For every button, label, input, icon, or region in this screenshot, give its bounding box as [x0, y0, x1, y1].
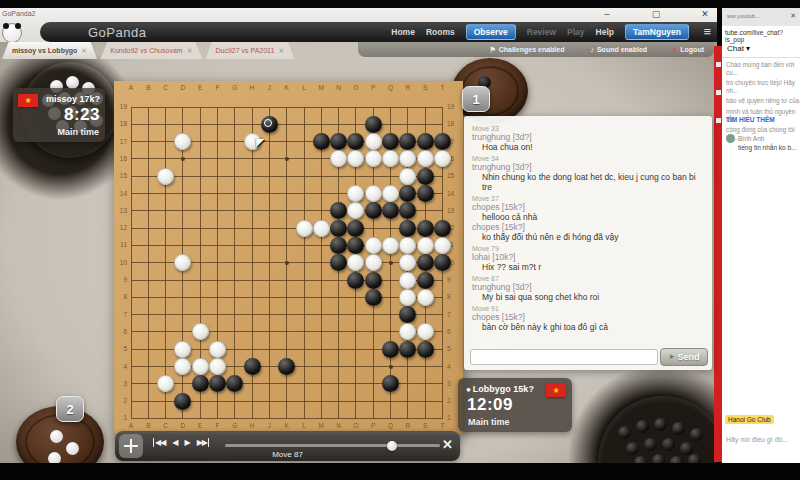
chat-message: Move 34trunghung [3d?]Nhin chung ko the … [472, 155, 704, 192]
black-stone-G3 [226, 375, 243, 392]
white-stone-R15 [399, 168, 416, 185]
coord-letter-top: L [297, 84, 311, 91]
white-stone-S16 [417, 150, 434, 167]
menu-item-observe[interactable]: Observe [466, 24, 516, 40]
gopanda-logo-icon [2, 23, 22, 43]
black-stone-N17 [330, 133, 347, 150]
black-stone-E3 [192, 375, 209, 392]
chat-text: Hix ?? sai m?t r [472, 262, 704, 272]
coord-letter-bottom: F [211, 422, 225, 429]
coord-letter-top: R [401, 84, 415, 91]
black-clock-label: Main time [468, 417, 510, 427]
send-button[interactable]: ➤ Send [660, 348, 708, 366]
white-stone-R16 [399, 150, 416, 167]
chat-message: Move 33trunghung [3d?]Hoa chua on! [472, 125, 704, 152]
last-move-marker [264, 119, 272, 127]
black-stone-N10 [330, 254, 347, 271]
white-stone-R10 [399, 254, 416, 271]
coord-number-left: 7 [115, 311, 127, 318]
black-stone-R17 [399, 133, 416, 150]
chat-username: chopes [15k?] [472, 222, 704, 232]
challenges-icon: ⚑ [489, 46, 495, 54]
coord-letter-top: C [159, 84, 173, 91]
black-pile-stone [690, 428, 703, 441]
browser-tab-close-icon[interactable]: ✕ [790, 12, 796, 20]
white-stone-E4 [192, 358, 209, 375]
coord-letter-bottom: M [314, 422, 328, 429]
maximize-button[interactable]: ▢ [649, 9, 663, 19]
send-icon: ➤ [669, 353, 675, 361]
coord-letter-bottom: N [332, 422, 346, 429]
white-stone-N16 [330, 150, 347, 167]
coord-number-left: 16 [115, 155, 127, 162]
black-stone-S10 [417, 254, 434, 271]
black-stone-R5 [399, 341, 416, 358]
black-stone-O12 [347, 220, 364, 237]
coord-number-right: 13 [447, 207, 459, 214]
app-logo-text: GoPanda [88, 25, 146, 40]
black-stone-D2 [174, 393, 191, 410]
vietnam-flag-icon: ★ [18, 94, 38, 107]
last-move-button[interactable]: ▶▶ [197, 438, 209, 447]
close-button[interactable]: ✕ [698, 9, 712, 19]
grid-line [269, 107, 270, 419]
white-player-panel: ★ missoy 17k? 8:23 Main time [13, 88, 105, 142]
white-stone-R9 [399, 272, 416, 289]
coord-number-right: 6 [447, 328, 459, 335]
coord-letter-top: N [332, 84, 346, 91]
taskbar-area [0, 463, 800, 480]
coord-letter-top: F [211, 84, 225, 91]
black-stone-M17 [313, 133, 330, 150]
coord-number-left: 9 [115, 276, 127, 283]
black-stone-O11 [347, 237, 364, 254]
chat-move-label: Move 91 [472, 305, 704, 312]
black-stone-indicator: ● [466, 385, 471, 394]
chat-message: Move 87trunghung [3d?]My bi sai qua song… [472, 275, 704, 302]
coord-number-right: 5 [447, 345, 459, 352]
status-bar: ⚑Challenges enabled♪Sound enabled♥Logout [358, 42, 714, 57]
black-player-name: ●Lobbygo 15k? [466, 384, 534, 394]
black-player-clock: 12:09 [467, 395, 513, 415]
coord-letter-bottom: Q [384, 422, 398, 429]
coord-letter-top: O [349, 84, 363, 91]
menu-item-rooms[interactable]: Rooms [426, 27, 455, 37]
youtube-red-strip [714, 46, 722, 462]
coord-letter-bottom: C [159, 422, 173, 429]
white-stone-O14 [347, 185, 364, 202]
black-stone-P18 [365, 116, 382, 133]
coord-number-right: 14 [447, 190, 459, 197]
coord-letter-top: S [418, 84, 432, 91]
white-stone-Q11 [382, 237, 399, 254]
coord-number-left: 10 [115, 259, 127, 266]
coord-number-left: 6 [115, 328, 127, 335]
grid-line [131, 418, 443, 419]
star-point [285, 261, 289, 265]
black-stone-R12 [399, 220, 416, 237]
coord-letter-bottom: P [366, 422, 380, 429]
chat-username: trunghung [3d?] [472, 132, 704, 142]
white-stone-F5 [209, 341, 226, 358]
logout-icon: ♥ [673, 46, 677, 53]
white-clock-label: Main time [57, 127, 99, 137]
coord-number-left: 13 [115, 207, 127, 214]
white-stone-M12 [313, 220, 330, 237]
black-pile-stone [672, 422, 685, 435]
grid-line [131, 331, 443, 332]
game-tab-2[interactable]: Kondo92 vs Chusovam✕ [100, 42, 202, 59]
white-stone-C15 [157, 168, 174, 185]
coord-letter-top: E [193, 84, 207, 91]
black-stone-R7 [399, 306, 416, 323]
black-pile-stone [626, 442, 639, 455]
black-stone-S14 [417, 185, 434, 202]
coord-letter-top: D [176, 84, 190, 91]
tab-close-icon[interactable]: ✕ [81, 47, 87, 55]
white-stone-R11 [399, 237, 416, 254]
menu-item-home[interactable]: Home [391, 27, 415, 37]
close-game-icon[interactable]: ✕ [442, 437, 453, 452]
black-stone-O9 [347, 272, 364, 289]
coord-number-right: 4 [447, 363, 459, 370]
coord-number-left: 1 [115, 414, 127, 421]
youtube-chat-window: ww.youtub... ✕ tube.com/live_chat?is_pop… [722, 8, 800, 463]
grid-line [321, 107, 322, 419]
tab-close-icon[interactable]: ✕ [278, 47, 284, 55]
white-stone-T16 [434, 150, 451, 167]
white-stone-L12 [296, 220, 313, 237]
menu-items: HomeRoomsObserveReviewPlayHelpTamNguyen [391, 22, 689, 42]
coord-letter-bottom: E [193, 422, 207, 429]
white-captures-badge: 1 [462, 86, 490, 112]
star-point [389, 365, 393, 369]
star-point [285, 157, 289, 161]
yt-icon-3 [716, 118, 721, 123]
coord-number-right: 8 [447, 293, 459, 300]
coord-letter-bottom: B [141, 422, 155, 429]
white-stone-O13 [347, 202, 364, 219]
yt-welcome-text: Chào mừng bạn đến với cu...trò chuyện tr… [726, 61, 800, 144]
game-tab-1[interactable]: missoy vs Lobbygo✕ [2, 42, 97, 59]
chat-message: Move 37chopes [15k?]hellooo cả nhà [472, 195, 704, 222]
coord-number-left: 2 [115, 397, 127, 404]
coord-letter-bottom: L [297, 422, 311, 429]
grid-line [165, 107, 166, 419]
white-stone-D17 [174, 133, 191, 150]
yt-welcome-line: trò chuyện trực tiếp! Hãy nh... [726, 79, 800, 95]
black-stone-S17 [417, 133, 434, 150]
coord-letter-top: J [262, 84, 276, 91]
white-stone-S8 [417, 289, 434, 306]
coord-number-left: 19 [115, 103, 127, 110]
status-label: Logout [680, 46, 704, 53]
black-stone-S5 [417, 341, 434, 358]
coord-letter-bottom: O [349, 422, 363, 429]
white-stone-R8 [399, 289, 416, 306]
black-stone-T12 [434, 220, 451, 237]
grid-line [131, 124, 443, 125]
black-stone-R14 [399, 185, 416, 202]
white-stone-O16 [347, 150, 364, 167]
browser-url[interactable]: tube.com/live_chat?is_pop [725, 29, 800, 43]
black-stone-T17 [434, 133, 451, 150]
grid-line [131, 314, 443, 315]
coord-letter-top: K [280, 84, 294, 91]
move-slider[interactable] [225, 444, 440, 447]
grid-line [131, 297, 443, 298]
coord-number-right: 18 [447, 120, 459, 127]
black-stone-R13 [399, 202, 416, 219]
browser-tab-bar: ww.youtub... ✕ [722, 8, 800, 26]
grid-line [234, 107, 235, 419]
grid-line [131, 280, 443, 281]
divider [722, 57, 800, 58]
chat-move-label: Move 37 [472, 195, 704, 202]
black-stone-S15 [417, 168, 434, 185]
app-menubar: GoPanda HomeRoomsObserveReviewPlayHelpTa… [40, 22, 717, 42]
star-point [389, 261, 393, 265]
window-controls: –▢✕ [600, 9, 712, 19]
menu-item-play[interactable]: Play [567, 27, 585, 37]
chat-username: trunghung [3d?] [472, 282, 704, 292]
browser-tab-title: ww.youtub... [727, 13, 760, 19]
white-pile-stone [66, 442, 79, 455]
coord-letter-top: B [141, 84, 155, 91]
star-point [181, 157, 185, 161]
grid-line [131, 107, 443, 108]
yt-highlight-message: Hanoi Go Club [725, 415, 774, 424]
coord-number-left: 3 [115, 380, 127, 387]
grid-line [131, 107, 132, 419]
white-stone-P10 [365, 254, 382, 271]
black-player-panel: ★ ●Lobbygo 15k? 12:09 Main time [458, 378, 572, 432]
menu-item-help[interactable]: Help [596, 27, 614, 37]
chat-text: Nhin chung ko the dong loat het dc, kieu… [472, 172, 704, 192]
coord-number-right: 15 [447, 172, 459, 179]
black-stone-S12 [417, 220, 434, 237]
white-stone-D5 [174, 341, 191, 358]
coord-letter-top: H [245, 84, 259, 91]
yt-learn-more-link[interactable]: TÌM HIỂU THÊM [726, 116, 775, 123]
menu-item-tamnguyen[interactable]: TamNguyen [625, 24, 689, 40]
coord-letter-bottom: D [176, 422, 190, 429]
chat-move-label: Move 87 [472, 275, 704, 282]
black-pile-stone [636, 420, 649, 433]
chat-message: chopes [15k?]ko thấy đối thủ nên e đi hó… [472, 222, 704, 242]
yt-composer-placeholder[interactable]: Hãy nói điều gì đó... [726, 436, 788, 443]
yt-user-name: Bình Anh [738, 135, 764, 142]
current-move-label: Move 87 [115, 450, 460, 459]
sound-icon: ♪ [590, 46, 594, 53]
black-pile-stone [680, 442, 693, 455]
coord-letter-bottom: K [280, 422, 294, 429]
game-tabs: missoy vs Lobbygo✕Kondo92 vs Chusovam✕Du… [2, 42, 294, 59]
yt-user-avatar [726, 134, 735, 143]
tab-label: Kondo92 vs Chusovam [110, 47, 182, 54]
grid-line [304, 107, 305, 419]
white-player-name: missoy 17k? [46, 94, 100, 104]
coord-number-right: 7 [447, 311, 459, 318]
chat-messages[interactable]: Move 33trunghung [3d?]Hoa chua on!Move 3… [464, 116, 712, 344]
chat-input[interactable] [470, 349, 658, 365]
white-stone-D4 [174, 358, 191, 375]
black-stone-O17 [347, 133, 364, 150]
black-stone-S9 [417, 272, 434, 289]
game-tab-3[interactable]: Duc927 vs PA2011✕ [206, 42, 295, 59]
chat-username: chopes [15k?] [472, 202, 704, 212]
grid-line [148, 107, 149, 419]
chat-text: bàn cờ bên này k ghi toa đô gì cả [472, 322, 704, 332]
black-pile-stone [662, 438, 675, 451]
black-stone-Q3 [382, 375, 399, 392]
nav-buttons: ◀◀ ◀ ▶ ▶▶ [153, 438, 209, 447]
black-stone-Q17 [382, 133, 399, 150]
yt-user-message: tiếng tin nhắn ko b... [738, 144, 797, 151]
black-stone-H4 [244, 358, 261, 375]
yt-chat-dropdown[interactable]: Chat ▾ [727, 44, 750, 53]
coord-letter-bottom: R [401, 422, 415, 429]
black-stone-J18 [261, 116, 278, 133]
coord-letter-top: T [435, 84, 449, 91]
coord-number-left: 8 [115, 293, 127, 300]
chat-text: ko thấy đối thủ nên e đi hóng đã vậy [472, 232, 704, 242]
tab-close-icon[interactable]: ✕ [187, 47, 193, 55]
white-stone-T11 [434, 237, 451, 254]
status-challenges[interactable]: ⚑Challenges enabled [489, 46, 564, 54]
white-stone-F4 [209, 358, 226, 375]
status-sound[interactable]: ♪Sound enabled [590, 46, 647, 53]
chat-username: chopes [15k?] [472, 312, 704, 322]
black-stone-K4 [278, 358, 295, 375]
vietnam-flag-icon: ★ [546, 384, 566, 397]
first-move-button[interactable]: ◀◀ [153, 438, 165, 447]
white-stone-P16 [365, 150, 382, 167]
coord-number-right: 19 [447, 103, 459, 110]
coord-number-left: 18 [115, 120, 127, 127]
yt-welcome-line: Chào mừng bạn đến với cu... [726, 61, 800, 77]
chat-move-label: Move 33 [472, 125, 704, 132]
tab-label: missoy vs Lobbygo [12, 47, 77, 54]
black-stone-P8 [365, 289, 382, 306]
black-stone-P9 [365, 272, 382, 289]
chat-move-label: Move 79 [472, 245, 704, 252]
white-stone-D10 [174, 254, 191, 271]
coord-letter-top: M [314, 84, 328, 91]
white-pile-stone [50, 430, 63, 443]
coord-number-right: 9 [447, 276, 459, 283]
move-nav-bar: ◀◀ ◀ ▶ ▶▶ Move 87 ✕ [115, 431, 460, 461]
grid-line [131, 176, 443, 177]
black-stone-Q5 [382, 341, 399, 358]
black-captures-badge: 2 [56, 396, 84, 422]
chat-username: trunghung [3d?] [472, 162, 704, 172]
chat-text: Hoa chua on! [472, 142, 704, 152]
status-logout[interactable]: ♥Logout [673, 46, 704, 53]
black-stone-T10 [434, 254, 451, 271]
black-stone-N11 [330, 237, 347, 254]
game-chat-panel: Move 33trunghung [3d?]Hoa chua on!Move 3… [464, 116, 712, 370]
coord-letter-bottom: H [245, 422, 259, 429]
chat-text: My bi sai qua song chet kho roi [472, 292, 704, 302]
coord-letter-bottom: A [124, 422, 138, 429]
white-stone-P17 [365, 133, 382, 150]
chat-text: hellooo cả nhà [472, 212, 704, 222]
coord-letter-top: Q [384, 84, 398, 91]
white-stone-C3 [157, 375, 174, 392]
black-stone-N12 [330, 220, 347, 237]
hamburger-menu-icon[interactable]: ≡ [703, 24, 711, 39]
coord-letter-bottom: G [228, 422, 242, 429]
status-label: Sound enabled [597, 46, 647, 53]
coord-number-left: 11 [115, 241, 127, 248]
black-pile-stone [644, 438, 657, 451]
white-stone-P14 [365, 185, 382, 202]
coord-letter-bottom: T [435, 422, 449, 429]
prev-move-button[interactable]: ◀ [172, 438, 177, 447]
chat-message: Move 79lohai [10k?]Hix ?? sai m?t r [472, 245, 704, 272]
yt-welcome-line: bảo vệ quyền riêng tư của [726, 97, 800, 105]
minimize-button[interactable]: – [600, 9, 614, 19]
chat-username: lohai [10k?] [472, 252, 704, 262]
white-stone-Q16 [382, 150, 399, 167]
move-slider-handle[interactable] [387, 441, 397, 451]
white-stone-E6 [192, 323, 209, 340]
coord-number-left: 12 [115, 224, 127, 231]
yt-icon-1 [716, 62, 721, 67]
screen: GoPanda2 –▢✕ GoPanda HomeRoomsObserveRev… [0, 0, 800, 480]
coord-letter-top: A [124, 84, 138, 91]
black-stone-P13 [365, 202, 382, 219]
chat-message: Move 91chopes [15k?]bàn cờ bên này k ghi… [472, 305, 704, 332]
black-stone-N13 [330, 202, 347, 219]
tab-label: Duc927 vs PA2011 [216, 47, 275, 54]
white-stone-R6 [399, 323, 416, 340]
menu-item-review[interactable]: Review [527, 27, 556, 37]
white-player-clock: 8:23 [64, 105, 100, 125]
black-pile-stone [618, 426, 631, 439]
black-stone-F3 [209, 375, 226, 392]
coord-letter-top: G [228, 84, 242, 91]
white-stone-Q14 [382, 185, 399, 202]
grid-line [131, 228, 443, 229]
go-board[interactable]: AA1919BB1818CC1717DD1616EE1515FF1414GG13… [114, 81, 463, 434]
mouse-cursor: ◤ [256, 136, 264, 149]
coord-letter-bottom: J [262, 422, 276, 429]
window-title: GoPanda2 [2, 10, 35, 17]
coord-letter-bottom: S [418, 422, 432, 429]
black-pile-stone [654, 418, 667, 431]
chat-move-label: Move 34 [472, 155, 704, 162]
next-move-button[interactable]: ▶ [184, 438, 189, 447]
coord-letter-top: P [366, 84, 380, 91]
coord-number-left: 5 [115, 345, 127, 352]
white-stone-S11 [417, 237, 434, 254]
coord-number-left: 4 [115, 363, 127, 370]
black-stone-Q13 [382, 202, 399, 219]
white-stone-O10 [347, 254, 364, 271]
status-label: Challenges enabled [499, 46, 565, 53]
coord-number-left: 14 [115, 190, 127, 197]
yt-icon-2 [716, 90, 721, 95]
coord-number-left: 17 [115, 138, 127, 145]
white-stone-S6 [417, 323, 434, 340]
coord-number-left: 15 [115, 172, 127, 179]
white-stone-P11 [365, 237, 382, 254]
